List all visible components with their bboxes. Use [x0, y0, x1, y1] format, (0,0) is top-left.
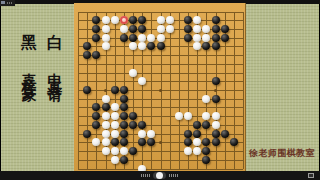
white-stone	[193, 138, 201, 146]
white-stone	[111, 112, 119, 120]
grid-line-v	[170, 12, 171, 169]
video-frame: 黑 辜梓豪 白 申真谞 徐老师围棋教室	[0, 0, 320, 180]
star-point	[159, 89, 162, 92]
black-stone	[111, 138, 119, 146]
white-stone	[202, 25, 210, 33]
white-stone	[102, 16, 110, 24]
black-stone	[212, 16, 220, 24]
white-stone	[102, 42, 110, 50]
black-stone	[202, 121, 210, 129]
black-stone	[120, 112, 128, 120]
white-stone	[102, 138, 110, 146]
white-stone	[184, 147, 192, 155]
white-color-label: 白	[47, 34, 63, 51]
black-stone	[221, 25, 229, 33]
player-black-column: 黑 辜梓豪	[21, 34, 37, 82]
black-stone	[83, 86, 91, 94]
white-stone	[111, 147, 119, 155]
black-stone	[184, 34, 192, 42]
white-stone	[166, 16, 174, 24]
fullscreen-icon[interactable]	[308, 173, 314, 178]
app-icon	[1, 1, 5, 4]
black-stone	[92, 34, 100, 42]
white-stone	[193, 34, 201, 42]
black-stone	[138, 138, 146, 146]
go-board[interactable]	[74, 3, 246, 171]
video-playbar[interactable]	[0, 171, 320, 180]
black-player-name: 辜梓豪	[21, 61, 37, 82]
white-stone	[138, 42, 146, 50]
black-stone	[138, 16, 146, 24]
star-point	[214, 89, 217, 92]
black-stone	[129, 16, 137, 24]
white-stone	[157, 25, 165, 33]
white-stone	[193, 147, 201, 155]
white-stone	[147, 34, 155, 42]
black-stone	[212, 42, 220, 50]
channel-caption: 徐老师围棋教室	[249, 147, 315, 160]
black-stone	[129, 112, 137, 120]
white-stone	[102, 95, 110, 103]
black-stone	[120, 34, 128, 42]
black-stone	[129, 147, 137, 155]
white-stone	[111, 16, 119, 24]
black-stone	[120, 138, 128, 146]
white-stone	[157, 16, 165, 24]
black-stone	[184, 16, 192, 24]
black-stone	[111, 86, 119, 94]
white-stone	[111, 156, 119, 164]
white-stone	[102, 34, 110, 42]
black-stone	[120, 95, 128, 103]
black-stone	[202, 156, 210, 164]
white-stone	[157, 34, 165, 42]
white-stone	[111, 121, 119, 129]
white-stone	[129, 69, 137, 77]
player-white-column: 白 申真谞	[47, 34, 63, 82]
seek-back-icon[interactable]	[141, 174, 150, 177]
white-stone	[193, 42, 201, 50]
black-stone	[120, 130, 128, 138]
white-stone	[202, 95, 210, 103]
black-stone	[212, 77, 220, 85]
white-stone	[202, 112, 210, 120]
grid-line-v	[179, 12, 180, 169]
white-stone	[147, 130, 155, 138]
black-stone	[184, 130, 192, 138]
black-stone	[193, 121, 201, 129]
white-stone	[102, 130, 110, 138]
play-toggle-knob-icon[interactable]	[156, 172, 163, 179]
black-stone	[92, 51, 100, 59]
black-stone	[92, 103, 100, 111]
star-point	[159, 141, 162, 144]
black-stone	[92, 25, 100, 33]
white-stone	[111, 103, 119, 111]
white-stone	[184, 112, 192, 120]
black-stone	[221, 130, 229, 138]
black-stone	[83, 42, 91, 50]
white-player-name: 申真谞	[47, 61, 63, 82]
black-stone	[102, 103, 110, 111]
white-stone	[202, 34, 210, 42]
star-point	[104, 89, 107, 92]
white-stone	[102, 25, 110, 33]
window-title-tab	[0, 0, 15, 6]
white-stone	[120, 25, 128, 33]
black-color-label: 黑	[21, 34, 37, 51]
black-stone	[83, 51, 91, 59]
play-toggle[interactable]	[153, 172, 166, 179]
white-stone	[193, 25, 201, 33]
window-title-text-illegible	[7, 2, 13, 4]
white-stone	[111, 130, 119, 138]
white-stone	[212, 121, 220, 129]
black-stone	[193, 130, 201, 138]
last-move-white-stone	[120, 16, 128, 24]
black-stone	[129, 34, 137, 42]
white-stone	[102, 112, 110, 120]
white-stone	[175, 112, 183, 120]
black-stone	[202, 138, 210, 146]
grid-line-h	[78, 160, 243, 161]
seek-forward-icon[interactable]	[169, 174, 178, 177]
white-stone	[193, 16, 201, 24]
white-stone	[92, 138, 100, 146]
black-stone	[202, 42, 210, 50]
grid-line-v	[243, 12, 244, 169]
white-stone	[212, 112, 220, 120]
white-stone	[102, 121, 110, 129]
black-stone	[92, 16, 100, 24]
black-stone	[184, 25, 192, 33]
black-stone	[129, 121, 137, 129]
black-stone	[230, 138, 238, 146]
white-stone	[102, 147, 110, 155]
white-stone	[120, 147, 128, 155]
black-stone	[212, 34, 220, 42]
black-stone	[212, 130, 220, 138]
black-stone	[157, 42, 165, 50]
black-stone	[212, 25, 220, 33]
black-stone	[120, 156, 128, 164]
black-stone	[212, 138, 220, 146]
black-stone	[184, 138, 192, 146]
black-stone	[147, 138, 155, 146]
black-stone	[129, 25, 137, 33]
white-stone	[138, 130, 146, 138]
black-stone	[92, 112, 100, 120]
black-stone	[83, 130, 91, 138]
grid-line-h	[78, 169, 243, 170]
white-stone	[166, 25, 174, 33]
black-stone	[138, 25, 146, 33]
black-stone	[120, 86, 128, 94]
black-stone	[92, 121, 100, 129]
white-stone	[138, 77, 146, 85]
black-stone	[138, 121, 146, 129]
black-stone	[147, 42, 155, 50]
white-stone	[129, 42, 137, 50]
black-stone	[212, 95, 220, 103]
black-stone	[202, 147, 210, 155]
black-stone	[221, 34, 229, 42]
black-stone	[120, 121, 128, 129]
white-stone	[138, 34, 146, 42]
black-stone	[120, 103, 128, 111]
